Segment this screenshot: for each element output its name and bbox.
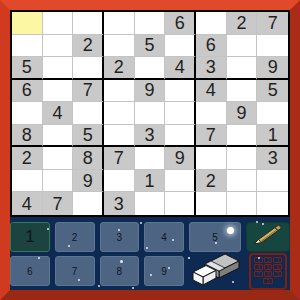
cell-r3c1[interactable]: 5: [12, 57, 43, 80]
number-pad-grid: 1 2 3 4 5 6 7 8 9: [10, 222, 290, 286]
cell-r9c2[interactable]: 7: [43, 192, 74, 215]
cell-r1c7[interactable]: [196, 12, 227, 35]
cell-r6c5[interactable]: 3: [135, 125, 166, 148]
numpad-icon-key: 4: [254, 264, 263, 270]
cell-r7c3[interactable]: 8: [73, 147, 104, 170]
numpad-button-5[interactable]: 5: [189, 222, 241, 252]
cell-r6c1[interactable]: 8: [12, 125, 43, 148]
cell-r3c4[interactable]: 2: [104, 57, 135, 80]
cell-r9c6[interactable]: [165, 192, 196, 215]
cell-r1c5[interactable]: [135, 12, 166, 35]
numpad-button-2[interactable]: 2: [55, 222, 95, 252]
numpad-icon-key: 1: [254, 257, 263, 263]
sudoku-board: 6272565243967945498537128793912473: [10, 10, 290, 217]
cell-r6c2[interactable]: [43, 125, 74, 148]
cell-r7c8[interactable]: [227, 147, 258, 170]
cell-r6c3[interactable]: 5: [73, 125, 104, 148]
cell-r6c8[interactable]: [227, 125, 258, 148]
numpad-button-7[interactable]: 7: [55, 256, 95, 286]
numpad-icon-key: 7: [254, 271, 263, 277]
cell-r7c6[interactable]: 9: [165, 147, 196, 170]
cell-r4c3[interactable]: 7: [73, 80, 104, 103]
cell-r3c6[interactable]: 4: [165, 57, 196, 80]
cell-r6c9[interactable]: 1: [257, 125, 288, 148]
cell-r9c3[interactable]: [73, 192, 104, 215]
cell-r2c8[interactable]: [227, 35, 258, 58]
cell-r2c2[interactable]: [43, 35, 74, 58]
numpad-icon-key: 6: [273, 264, 282, 270]
numpad-icon-key: 0: [263, 278, 273, 284]
cell-r2c9[interactable]: [257, 35, 288, 58]
eraser-icon: [189, 250, 241, 292]
cell-r5c5[interactable]: [135, 102, 166, 125]
cell-r7c7[interactable]: [196, 147, 227, 170]
cell-r7c5[interactable]: [135, 147, 166, 170]
cell-r9c8[interactable]: [227, 192, 258, 215]
cell-r1c3[interactable]: [73, 12, 104, 35]
cell-r9c1[interactable]: 4: [12, 192, 43, 215]
cell-r2c7[interactable]: 6: [196, 35, 227, 58]
numpad-button-8[interactable]: 8: [100, 256, 140, 286]
cell-r5c7[interactable]: [196, 102, 227, 125]
numpad-icon-key: 8: [264, 271, 273, 277]
cell-r5c6[interactable]: [165, 102, 196, 125]
cell-r8c5[interactable]: 1: [135, 170, 166, 193]
cell-r6c4[interactable]: [104, 125, 135, 148]
cell-r2c5[interactable]: 5: [135, 35, 166, 58]
cell-r3c8[interactable]: [227, 57, 258, 80]
cell-r8c3[interactable]: 9: [73, 170, 104, 193]
cell-r5c9[interactable]: [257, 102, 288, 125]
cell-r1c8[interactable]: 2: [227, 12, 258, 35]
numpad-icon-key: 3: [273, 257, 282, 263]
eraser-button[interactable]: [189, 256, 241, 286]
numpad-button-3[interactable]: 3: [100, 222, 140, 252]
numpad-button-6[interactable]: 6: [10, 256, 50, 286]
cell-r4c6[interactable]: [165, 80, 196, 103]
cell-r4c8[interactable]: [227, 80, 258, 103]
keyboard-toggle-button[interactable]: 1 2 3 4 5 6 7 8 9 0: [246, 256, 290, 286]
cell-r2c1[interactable]: [12, 35, 43, 58]
cell-r8c7[interactable]: 2: [196, 170, 227, 193]
numpad-button-9[interactable]: 9: [144, 256, 184, 286]
cell-r7c2[interactable]: [43, 147, 74, 170]
cell-r8c1[interactable]: [12, 170, 43, 193]
numpad-button-1[interactable]: 1: [10, 222, 50, 252]
cell-r8c6[interactable]: [165, 170, 196, 193]
cell-r9c7[interactable]: [196, 192, 227, 215]
cell-r3c3[interactable]: [73, 57, 104, 80]
cell-r1c6[interactable]: 6: [165, 12, 196, 35]
cell-r9c5[interactable]: [135, 192, 166, 215]
cell-r5c2[interactable]: 4: [43, 102, 74, 125]
cell-r7c9[interactable]: 3: [257, 147, 288, 170]
pencil-icon: [247, 221, 289, 253]
cell-r4c2[interactable]: [43, 80, 74, 103]
cell-r5c3[interactable]: [73, 102, 104, 125]
cell-r2c4[interactable]: [104, 35, 135, 58]
cell-r4c4[interactable]: [104, 80, 135, 103]
cell-r1c9[interactable]: 7: [257, 12, 288, 35]
cell-r1c4[interactable]: [104, 12, 135, 35]
cell-r7c1[interactable]: 2: [12, 147, 43, 170]
app-frame: 6272565243967945498537128793912473 1 2 3…: [0, 0, 300, 300]
cell-r3c7[interactable]: 3: [196, 57, 227, 80]
cell-r4c1[interactable]: 6: [12, 80, 43, 103]
numpad-icon: 1 2 3 4 5 6 7 8 9 0: [249, 253, 287, 290]
number-pad-panel: 1 2 3 4 5 6 7 8 9: [10, 217, 290, 290]
pencil-button[interactable]: [246, 222, 290, 252]
numpad-icon-key: 2: [264, 257, 273, 263]
cell-r9c4[interactable]: 3: [104, 192, 135, 215]
cell-r6c6[interactable]: [165, 125, 196, 148]
cell-r6c7[interactable]: 7: [196, 125, 227, 148]
cell-r3c5[interactable]: [135, 57, 166, 80]
numpad-button-4[interactable]: 4: [144, 222, 184, 252]
cell-r2c3[interactable]: 2: [73, 35, 104, 58]
cell-r1c2[interactable]: [43, 12, 74, 35]
cell-r1c1[interactable]: [12, 12, 43, 35]
numpad-icon-key: 5: [264, 264, 273, 270]
cell-r5c4[interactable]: [104, 102, 135, 125]
cell-r2c6[interactable]: [165, 35, 196, 58]
cell-r8c8[interactable]: [227, 170, 258, 193]
cell-r9c9[interactable]: [257, 192, 288, 215]
cell-r4c5[interactable]: 9: [135, 80, 166, 103]
cell-r4c7[interactable]: 4: [196, 80, 227, 103]
cell-r8c2[interactable]: [43, 170, 74, 193]
cell-r8c9[interactable]: [257, 170, 288, 193]
cell-r3c9[interactable]: 9: [257, 57, 288, 80]
cell-r5c8[interactable]: 9: [227, 102, 258, 125]
cell-r3c2[interactable]: [43, 57, 74, 80]
cell-r5c1[interactable]: [12, 102, 43, 125]
cell-r7c4[interactable]: 7: [104, 147, 135, 170]
cell-r4c9[interactable]: 5: [257, 80, 288, 103]
cell-r8c4[interactable]: [104, 170, 135, 193]
numpad-icon-key: 9: [273, 271, 282, 277]
